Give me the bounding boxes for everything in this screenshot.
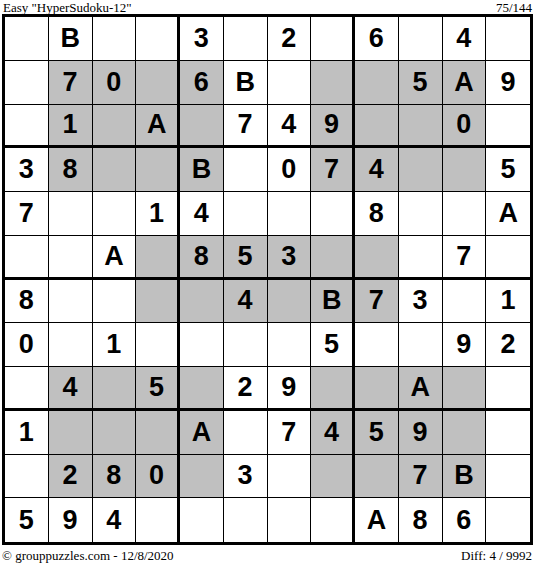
cell-r10c2[interactable] bbox=[49, 411, 93, 455]
cell-r6c10[interactable] bbox=[399, 236, 443, 280]
cell-r1c6[interactable] bbox=[224, 17, 268, 61]
cell-r2c8[interactable] bbox=[311, 61, 355, 105]
cell-r10c1: 1 bbox=[5, 411, 49, 455]
cell-r5c9: 8 bbox=[355, 192, 399, 236]
cell-r5c6[interactable] bbox=[224, 192, 268, 236]
cell-r6c12[interactable] bbox=[486, 236, 530, 280]
cell-r10c6[interactable] bbox=[224, 411, 268, 455]
cell-r5c7[interactable] bbox=[268, 192, 312, 236]
cell-r4c8: 7 bbox=[311, 148, 355, 192]
cell-r5c10[interactable] bbox=[399, 192, 443, 236]
cell-r4c3[interactable] bbox=[93, 148, 137, 192]
cell-r6c9[interactable] bbox=[355, 236, 399, 280]
sudoku-board: B3264706B5A91A749038B07457148AA853784B73… bbox=[2, 14, 533, 545]
cell-r8c8: 5 bbox=[311, 323, 355, 367]
cell-r10c12[interactable] bbox=[486, 411, 530, 455]
copyright-credit: © grouppuzzles.com - 12/8/2020 bbox=[2, 548, 174, 564]
cell-r9c9[interactable] bbox=[355, 367, 399, 411]
cell-r1c7: 2 bbox=[268, 17, 312, 61]
cell-r3c12[interactable] bbox=[486, 105, 530, 149]
cell-r7c7[interactable] bbox=[268, 280, 312, 324]
cell-r3c7: 4 bbox=[268, 105, 312, 149]
cell-r7c4[interactable] bbox=[136, 280, 180, 324]
cell-r1c2: B bbox=[49, 17, 93, 61]
cell-r6c6: 5 bbox=[224, 236, 268, 280]
cell-r3c9[interactable] bbox=[355, 105, 399, 149]
cell-r5c3[interactable] bbox=[93, 192, 137, 236]
cell-r9c11[interactable] bbox=[443, 367, 487, 411]
cell-r1c3[interactable] bbox=[93, 17, 137, 61]
cell-r11c10: 7 bbox=[399, 455, 443, 499]
cell-r3c2: 1 bbox=[49, 105, 93, 149]
cell-r7c8: B bbox=[311, 280, 355, 324]
cell-r3c6: 7 bbox=[224, 105, 268, 149]
cell-r10c3[interactable] bbox=[93, 411, 137, 455]
cell-r4c7: 0 bbox=[268, 148, 312, 192]
cell-r6c4[interactable] bbox=[136, 236, 180, 280]
cell-r4c6[interactable] bbox=[224, 148, 268, 192]
cell-r1c10[interactable] bbox=[399, 17, 443, 61]
cell-r12c3: 4 bbox=[93, 498, 137, 542]
cell-r6c11: 7 bbox=[443, 236, 487, 280]
cell-r2c1[interactable] bbox=[5, 61, 49, 105]
cell-r5c11[interactable] bbox=[443, 192, 487, 236]
cell-r8c12: 2 bbox=[486, 323, 530, 367]
cell-r6c3: A bbox=[93, 236, 137, 280]
cell-r11c5[interactable] bbox=[180, 455, 224, 499]
cell-r9c1[interactable] bbox=[5, 367, 49, 411]
cell-r10c7: 7 bbox=[268, 411, 312, 455]
cell-r8c2[interactable] bbox=[49, 323, 93, 367]
cell-r1c12[interactable] bbox=[486, 17, 530, 61]
cell-r11c12[interactable] bbox=[486, 455, 530, 499]
cell-r3c11: 0 bbox=[443, 105, 487, 149]
cell-r11c6: 3 bbox=[224, 455, 268, 499]
cell-r12c8[interactable] bbox=[311, 498, 355, 542]
cell-r9c8[interactable] bbox=[311, 367, 355, 411]
cell-r11c4: 0 bbox=[136, 455, 180, 499]
cell-r2c12: 9 bbox=[486, 61, 530, 105]
cell-r7c6: 4 bbox=[224, 280, 268, 324]
cell-r8c3: 1 bbox=[93, 323, 137, 367]
cell-r5c5: 4 bbox=[180, 192, 224, 236]
cell-r1c1[interactable] bbox=[5, 17, 49, 61]
cell-r4c10[interactable] bbox=[399, 148, 443, 192]
cell-r2c7[interactable] bbox=[268, 61, 312, 105]
cell-r1c8[interactable] bbox=[311, 17, 355, 61]
cell-r1c11: 4 bbox=[443, 17, 487, 61]
cell-r9c3[interactable] bbox=[93, 367, 137, 411]
cell-r9c2: 4 bbox=[49, 367, 93, 411]
cell-r10c5: A bbox=[180, 411, 224, 455]
cell-r7c11[interactable] bbox=[443, 280, 487, 324]
cell-r3c10[interactable] bbox=[399, 105, 443, 149]
cell-r9c10: A bbox=[399, 367, 443, 411]
cell-r1c4[interactable] bbox=[136, 17, 180, 61]
cell-r2c4[interactable] bbox=[136, 61, 180, 105]
cell-r9c4: 5 bbox=[136, 367, 180, 411]
cell-r1c5: 3 bbox=[180, 17, 224, 61]
cell-r8c6[interactable] bbox=[224, 323, 268, 367]
cell-r12c4[interactable] bbox=[136, 498, 180, 542]
cell-r9c7: 9 bbox=[268, 367, 312, 411]
cell-r6c5: 8 bbox=[180, 236, 224, 280]
cell-r3c3[interactable] bbox=[93, 105, 137, 149]
cell-r6c8[interactable] bbox=[311, 236, 355, 280]
cell-r3c8: 9 bbox=[311, 105, 355, 149]
cell-r2c3: 0 bbox=[93, 61, 137, 105]
cell-r11c3: 8 bbox=[93, 455, 137, 499]
cell-r8c7[interactable] bbox=[268, 323, 312, 367]
cell-r3c5[interactable] bbox=[180, 105, 224, 149]
cell-r2c5: 6 bbox=[180, 61, 224, 105]
cell-r11c11: B bbox=[443, 455, 487, 499]
cell-r6c7: 3 bbox=[268, 236, 312, 280]
cell-r8c11: 9 bbox=[443, 323, 487, 367]
cell-r5c12: A bbox=[486, 192, 530, 236]
cell-r5c4: 1 bbox=[136, 192, 180, 236]
cell-r3c1[interactable] bbox=[5, 105, 49, 149]
cell-r4c1: 3 bbox=[5, 148, 49, 192]
cell-r2c9[interactable] bbox=[355, 61, 399, 105]
cell-r4c4[interactable] bbox=[136, 148, 180, 192]
cell-r11c2: 2 bbox=[49, 455, 93, 499]
cell-r3c4: A bbox=[136, 105, 180, 149]
cell-r11c8[interactable] bbox=[311, 455, 355, 499]
cell-r2c2: 7 bbox=[49, 61, 93, 105]
cell-r10c9: 5 bbox=[355, 411, 399, 455]
cell-r7c12: 1 bbox=[486, 280, 530, 324]
cell-r4c12: 5 bbox=[486, 148, 530, 192]
cell-r9c5[interactable] bbox=[180, 367, 224, 411]
cell-r11c9[interactable] bbox=[355, 455, 399, 499]
puzzle-page: Easy "HyperSudoku-12" 75/144 B3264706B5A… bbox=[0, 0, 535, 569]
cell-r10c11[interactable] bbox=[443, 411, 487, 455]
cell-r10c8: 4 bbox=[311, 411, 355, 455]
cell-r12c1: 5 bbox=[5, 498, 49, 542]
cell-r12c6[interactable] bbox=[224, 498, 268, 542]
cell-r8c4[interactable] bbox=[136, 323, 180, 367]
cell-r2c11: A bbox=[443, 61, 487, 105]
cell-r1c9: 6 bbox=[355, 17, 399, 61]
cell-r2c6: B bbox=[224, 61, 268, 105]
cell-r11c1[interactable] bbox=[5, 455, 49, 499]
cell-r12c7[interactable] bbox=[268, 498, 312, 542]
cell-r6c1[interactable] bbox=[5, 236, 49, 280]
cell-r6c2[interactable] bbox=[49, 236, 93, 280]
cell-r12c5[interactable] bbox=[180, 498, 224, 542]
cell-r10c10: 9 bbox=[399, 411, 443, 455]
cell-r5c8[interactable] bbox=[311, 192, 355, 236]
cell-r5c2[interactable] bbox=[49, 192, 93, 236]
cell-r7c5[interactable] bbox=[180, 280, 224, 324]
cell-r5c1: 7 bbox=[5, 192, 49, 236]
cell-r8c5[interactable] bbox=[180, 323, 224, 367]
cell-r12c2: 9 bbox=[49, 498, 93, 542]
cell-r4c5: B bbox=[180, 148, 224, 192]
cell-r9c6: 2 bbox=[224, 367, 268, 411]
cell-r7c1: 8 bbox=[5, 280, 49, 324]
cell-r9c12[interactable] bbox=[486, 367, 530, 411]
cell-r7c10: 3 bbox=[399, 280, 443, 324]
cell-r8c10[interactable] bbox=[399, 323, 443, 367]
cell-r7c9: 7 bbox=[355, 280, 399, 324]
cell-r7c2[interactable] bbox=[49, 280, 93, 324]
cell-r2c10: 5 bbox=[399, 61, 443, 105]
cell-r11c7[interactable] bbox=[268, 455, 312, 499]
cell-r12c12[interactable] bbox=[486, 498, 530, 542]
cell-r4c9: 4 bbox=[355, 148, 399, 192]
cell-r12c11: 6 bbox=[443, 498, 487, 542]
difficulty-label: Diff: 4 / 9992 bbox=[461, 548, 532, 564]
cell-r4c2: 8 bbox=[49, 148, 93, 192]
cell-r8c1: 0 bbox=[5, 323, 49, 367]
cell-r10c4[interactable] bbox=[136, 411, 180, 455]
cell-r4c11[interactable] bbox=[443, 148, 487, 192]
cell-r12c9: A bbox=[355, 498, 399, 542]
cell-r12c10: 8 bbox=[399, 498, 443, 542]
cell-r7c3[interactable] bbox=[93, 280, 137, 324]
cell-r8c9[interactable] bbox=[355, 323, 399, 367]
